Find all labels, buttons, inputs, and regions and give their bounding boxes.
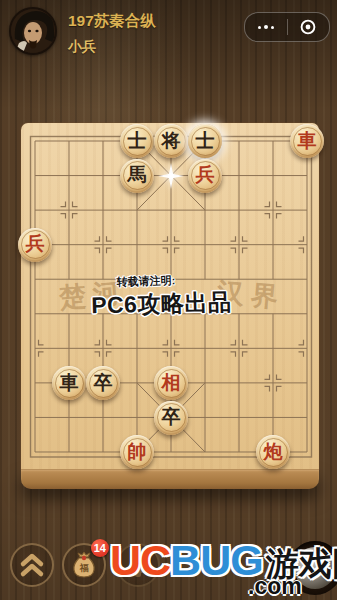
close-button[interactable] bbox=[288, 13, 330, 41]
board-edge bbox=[21, 469, 319, 489]
last-move-sparkle-icon bbox=[156, 161, 186, 191]
top-bar: 197苏秦合纵 小兵 bbox=[0, 0, 337, 60]
circle-dot-icon bbox=[299, 18, 317, 36]
chevron-up-icon bbox=[18, 552, 46, 578]
watermark-note-large: PC6攻略出品 bbox=[91, 286, 272, 322]
piece-black-advisor[interactable]: 士 bbox=[120, 124, 154, 158]
character-portrait-icon bbox=[11, 9, 55, 53]
piece-black-soldier[interactable]: 卒 bbox=[154, 401, 188, 435]
level-subtitle: 小兵 bbox=[68, 38, 156, 56]
piece-red-chariot[interactable]: 車 bbox=[290, 124, 324, 158]
avatar bbox=[9, 7, 57, 55]
xiangqi-board[interactable]: 楚河 汉界 士将士車馬兵兵車卒相卒帥炮 转载请注明: PC6攻略出品 bbox=[21, 123, 319, 489]
piece-red-elephant[interactable]: 相 bbox=[154, 366, 188, 400]
miniprogram-capsule bbox=[244, 12, 330, 42]
watermark-uc: UC bbox=[110, 536, 170, 585]
watermark-dotcom: .com bbox=[248, 573, 302, 600]
expand-button[interactable] bbox=[10, 543, 54, 587]
rewards-button[interactable]: 福 14 bbox=[62, 543, 106, 587]
piece-black-soldier[interactable]: 卒 bbox=[86, 366, 120, 400]
svg-text:福: 福 bbox=[79, 563, 89, 573]
board-face: 楚河 汉界 士将士車馬兵兵車卒相卒帥炮 转载请注明: PC6攻略出品 bbox=[21, 123, 319, 469]
piece-red-cannon[interactable]: 炮 bbox=[256, 435, 290, 469]
piece-black-horse[interactable]: 馬 bbox=[120, 159, 154, 193]
piece-red-general[interactable]: 帥 bbox=[120, 435, 154, 469]
piece-black-chariot[interactable]: 車 bbox=[52, 366, 86, 400]
piece-black-advisor[interactable]: 士 bbox=[188, 124, 222, 158]
piece-red-soldier[interactable]: 兵 bbox=[188, 159, 222, 193]
piece-black-general[interactable]: 将 bbox=[154, 124, 188, 158]
site-watermark: UCBUG游戏网 .com bbox=[110, 536, 337, 587]
level-title: 197苏秦合纵 bbox=[68, 11, 156, 32]
more-button[interactable] bbox=[245, 13, 287, 41]
badge-count: 14 bbox=[91, 539, 109, 557]
three-dots-icon bbox=[258, 25, 275, 30]
watermark-note: 转载请注明: PC6攻略出品 bbox=[90, 271, 271, 322]
piece-red-soldier[interactable]: 兵 bbox=[18, 228, 52, 262]
